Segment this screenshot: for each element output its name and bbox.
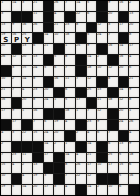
code-number: 20 (54, 131, 58, 134)
letter-cell-r17c0[interactable]: 19 (1, 185, 11, 195)
letter-cell-r9c7[interactable]: 17 (76, 98, 86, 108)
code-number: 10 (108, 185, 112, 188)
code-number: 17 (129, 44, 133, 47)
letter-cell-r16c3[interactable]: 19 (33, 174, 43, 184)
letter-cell-r5c3[interactable]: 13 (33, 55, 43, 65)
letter-cell-r8c4[interactable]: 20 (44, 88, 54, 98)
code-number: 7 (33, 120, 35, 123)
letter-cell-r8c0[interactable]: 21 (1, 88, 11, 98)
letter-cell-r13c0[interactable]: 2 (1, 142, 11, 152)
letter-cell-r12c2[interactable]: 22 (22, 131, 32, 141)
letter-cell-r6c8[interactable]: 18 (87, 66, 97, 76)
letter-cell-r14c6[interactable]: 14 (65, 153, 75, 163)
letter-cell-r15c3[interactable]: 13 (33, 163, 43, 173)
letter-cell-r0c10[interactable]: 9 (108, 1, 118, 11)
letter-cell-r15c10[interactable]: 17 (108, 163, 118, 173)
letter-cell-r9c9[interactable]: 11 (97, 98, 107, 108)
letter-cell-r10c11[interactable]: 20 (119, 109, 129, 119)
code-number: 1 (65, 44, 67, 47)
letter-cell-r2c6[interactable]: 23 (65, 23, 75, 33)
black-cell (44, 109, 54, 119)
letter-cell-r0c8[interactable]: 5 (87, 1, 97, 11)
letter-cell-r8c3[interactable]: 23 (33, 88, 43, 98)
letter-cell-r2c12[interactable]: 20 (129, 23, 139, 33)
black-cell (129, 185, 139, 195)
code-number: 3 (12, 66, 14, 69)
letter-cell-r5c1[interactable]: 12 (12, 55, 22, 65)
letter-cell-r6c5[interactable]: 6 (54, 66, 64, 76)
codeword-grid: 1143212671459162311422620131391626212381… (0, 0, 140, 196)
letter-cell-r16c7[interactable]: 22 (76, 174, 86, 184)
code-number: 10 (1, 77, 5, 80)
letter-cell-r17c5[interactable]: 8 (54, 185, 64, 195)
code-number: 3 (22, 1, 24, 4)
code-number: 11 (65, 77, 69, 80)
letter-cell-r5c5[interactable]: 5 (54, 55, 64, 65)
letter-cell-r15c7[interactable]: 26 (76, 163, 86, 173)
letter-cell-r5c12[interactable]: 4 (129, 55, 139, 65)
letter-cell-r7c6[interactable]: 11 (65, 77, 75, 87)
letter-cell-r17c8[interactable]: 14 (87, 185, 97, 195)
code-number: 5 (119, 174, 121, 177)
letter-cell-r7c3[interactable]: 8 (33, 77, 43, 87)
letter-cell-r12c9[interactable]: 6 (97, 131, 107, 141)
letter-cell-r13c10[interactable]: 6 (108, 142, 118, 152)
letter-cell-r13c5[interactable]: 2 (54, 142, 64, 152)
letter-cell-r3c9[interactable]: 24 (97, 33, 107, 43)
letter-cell-r14c10[interactable]: 25 (108, 153, 118, 163)
code-number: 7 (108, 33, 110, 36)
letter-cell-r10c3[interactable]: 16 (33, 109, 43, 119)
letter-cell-r4c8[interactable]: 9 (87, 44, 97, 54)
code-number: 3 (12, 131, 14, 134)
letter-cell-r9c2[interactable]: 20 (22, 98, 32, 108)
code-number: 1 (1, 1, 3, 4)
black-cell (22, 142, 32, 152)
letter-cell-r15c2[interactable]: 2 (22, 163, 32, 173)
letter-cell-r8c11[interactable]: 14 (119, 88, 129, 98)
letter-cell-r5c8[interactable]: 14 (87, 55, 97, 65)
letter-cell-r9c6[interactable]: 5 (65, 98, 75, 108)
code-number: 6 (54, 66, 56, 69)
code-number: 14 (22, 185, 26, 188)
code-number: 17 (108, 163, 112, 166)
letter-cell-r3c5[interactable]: 10 (54, 33, 64, 43)
code-number: 12 (87, 77, 91, 80)
code-number: 19 (33, 174, 37, 177)
letter-cell-r6c9[interactable]: 10 (97, 66, 107, 76)
letter-cell-r4c12[interactable]: 17 (129, 44, 139, 54)
letter-cell-r0c11[interactable]: 16 (119, 1, 129, 11)
code-number: 16 (22, 23, 26, 26)
letter-cell-r12c3[interactable]: 15 (33, 131, 43, 141)
letter-cell-r1c10[interactable]: 20 (108, 12, 118, 22)
letter-cell-r11c4[interactable]: 6 (44, 120, 54, 130)
letter-cell-r2c10[interactable]: 3 (108, 23, 118, 33)
letter-cell-r4c6[interactable]: 1 (65, 44, 75, 54)
code-number: 10 (1, 174, 5, 177)
black-cell (119, 12, 129, 22)
code-number: 16 (33, 109, 37, 112)
letter-cell-r11c8[interactable]: 23 (87, 120, 97, 130)
black-cell (22, 12, 32, 22)
letter-cell-r7c10[interactable]: 8 (108, 77, 118, 87)
letter-cell-r8c8[interactable]: 25 (87, 88, 97, 98)
letter-cell-r4c4[interactable]: 21 (44, 44, 54, 54)
letter-cell-r2c0[interactable]: 13 (1, 23, 11, 33)
letter-cell-r16c11[interactable]: 5 (119, 174, 129, 184)
letter-cell-r13c12[interactable]: 9 (129, 142, 139, 152)
letter-cell-r6c1[interactable]: 3 (12, 66, 22, 76)
letter-cell-r2c5[interactable]: 21 (54, 23, 64, 33)
black-cell (12, 142, 22, 152)
letter-cell-r6c11[interactable]: 20 (119, 66, 129, 76)
code-number: 7 (12, 88, 14, 91)
letter-cell-r8c1[interactable]: 7 (12, 88, 22, 98)
code-number: 17 (12, 120, 16, 123)
code-number: 14 (87, 185, 91, 188)
code-number: 13 (33, 163, 37, 166)
letter-cell-r0c2[interactable]: 3 (22, 1, 32, 11)
letter-cell-r16c0[interactable]: 10 (1, 174, 11, 184)
code-number: 14 (22, 77, 26, 80)
black-cell (119, 33, 129, 43)
letter-cell-r2c11[interactable]: 17 (119, 23, 129, 33)
letter-cell-r7c12[interactable]: 21 (129, 77, 139, 87)
letter-cell-r1c5[interactable]: 4 (54, 12, 64, 22)
letter-cell-r7c7[interactable]: 7 (76, 77, 86, 87)
letter-cell-r9c4[interactable]: 24 (44, 98, 54, 108)
letter-cell-r2c1[interactable]: 9 (12, 23, 22, 33)
code-number: 13 (119, 142, 123, 145)
black-cell (97, 44, 107, 54)
letter-cell-r17c1[interactable]: 5 (12, 185, 22, 195)
letter-cell-r6c4[interactable]: 5 (44, 66, 54, 76)
letter-cell-r6c2[interactable]: 15 (22, 66, 32, 76)
letter-cell-r6c6[interactable]: 7 (65, 66, 75, 76)
letter-cell-r5c9[interactable]: 2 (97, 55, 107, 65)
letter-cell-r8c2[interactable]: 4 (22, 88, 32, 98)
letter-cell-r15c1[interactable]: 4 (12, 163, 22, 173)
letter-cell-r0c12[interactable]: 2 (129, 1, 139, 11)
code-number: 12 (108, 66, 112, 69)
code-number: 17 (119, 23, 123, 26)
letter-cell-r3c1[interactable]: 16P (12, 33, 22, 43)
letter-cell-r17c6[interactable]: 4 (65, 185, 75, 195)
letter-cell-r13c8[interactable]: 14 (87, 142, 97, 152)
code-number: 8 (129, 33, 131, 36)
code-number: 15 (33, 131, 37, 134)
black-cell (33, 142, 43, 152)
letter-cell-r12c7[interactable]: 2 (76, 131, 86, 141)
letter-cell-r0c1[interactable]: 14 (12, 1, 22, 11)
letter-cell-r14c12[interactable]: 18 (129, 153, 139, 163)
letter-cell-r6c12[interactable]: 6 (129, 66, 139, 76)
letter-cell-r15c12[interactable]: 6 (129, 163, 139, 173)
letter-cell-r8c6[interactable]: 6 (65, 88, 75, 98)
letter-cell-r14c7[interactable]: 4 (76, 153, 86, 163)
letter-cell-r0c0[interactable]: 1 (1, 1, 11, 11)
code-number: 23 (33, 88, 37, 91)
letter-cell-r4c0[interactable]: 20 (1, 44, 11, 54)
code-number: 12 (12, 55, 16, 58)
letter-cell-r0c5[interactable]: 26 (54, 1, 64, 11)
black-cell (12, 98, 22, 108)
letter-cell-r9c5[interactable]: 1 (54, 98, 64, 108)
code-number: 19 (1, 185, 5, 188)
black-cell (54, 174, 64, 184)
letter-cell-r9c10[interactable]: 18 (108, 98, 118, 108)
letter-cell-r4c7[interactable]: 25 (76, 44, 86, 54)
code-number: 17 (76, 98, 80, 101)
letter-cell-r0c3[interactable]: 21 (33, 1, 43, 11)
letter-cell-r4c2[interactable]: 13 (22, 44, 32, 54)
letter-cell-r5c2[interactable]: 20 (22, 55, 32, 65)
code-number: 6 (129, 163, 131, 166)
code-number: 24 (33, 66, 37, 69)
letter-cell-r1c0[interactable]: 3 (1, 12, 11, 22)
letter-cell-r7c2[interactable]: 14 (22, 77, 32, 87)
code-number: 8 (33, 77, 35, 80)
code-number: 16 (108, 44, 112, 47)
letter-cell-r17c10[interactable]: 10 (108, 185, 118, 195)
code-number: 4 (54, 12, 56, 15)
code-number: 4 (129, 55, 131, 58)
black-cell (44, 23, 54, 33)
letter-cell-r15c9[interactable]: 10 (97, 163, 107, 173)
letter-cell-r1c8[interactable]: 6 (87, 12, 97, 22)
letter-cell-r17c9[interactable]: 2 (97, 185, 107, 195)
letter-cell-r8c9[interactable]: 13 (97, 88, 107, 98)
code-number: 20 (22, 98, 26, 101)
code-number: 18 (65, 109, 69, 112)
letter-cell-r14c0[interactable]: 7 (1, 153, 11, 163)
letter-cell-r10c2[interactable]: 1 (22, 109, 32, 119)
letter-cell-r1c3[interactable]: 11 (33, 12, 43, 22)
letter-cell-r6c3[interactable]: 24 (33, 66, 43, 76)
letter-cell-r16c4[interactable]: 3 (44, 174, 54, 184)
letter-cell-r2c7[interactable]: 8 (76, 23, 86, 33)
code-number: 8 (65, 163, 67, 166)
letter-cell-r3c12[interactable]: 8 (129, 33, 139, 43)
code-number: 5 (87, 1, 89, 4)
letter-cell-r10c6[interactable]: 18 (65, 109, 75, 119)
code-number: 12 (97, 109, 101, 112)
letter-cell-r11c9[interactable]: 9 (97, 120, 107, 130)
letter-cell-r13c11[interactable]: 13 (119, 142, 129, 152)
letter-cell-r4c10[interactable]: 16 (108, 44, 118, 54)
code-number: 6 (108, 142, 110, 145)
letter-cell-r13c4[interactable]: 14 (44, 142, 54, 152)
letter-cell-r0c6[interactable]: 7 (65, 1, 75, 11)
letter-cell-r5c6[interactable]: 8 (65, 55, 75, 65)
letter-cell-r10c1[interactable]: 9 (12, 109, 22, 119)
letter-cell-r15c6[interactable]: 8 (65, 163, 75, 173)
letter-cell-r15c8[interactable]: 17 (87, 163, 97, 173)
letter-cell-r3c2[interactable]: 25Y (22, 33, 32, 43)
letter-cell-r17c3[interactable]: 20 (33, 185, 43, 195)
black-cell (108, 109, 118, 119)
letter-cell-r3c0[interactable]: 19S (1, 33, 11, 43)
letter-cell-r7c8[interactable]: 12 (87, 77, 97, 87)
letter-cell-r11c6[interactable]: 4 (65, 120, 75, 130)
code-number: 14 (119, 44, 123, 47)
letter-cell-r11c5[interactable]: 19 (54, 120, 64, 130)
code-number: 4 (12, 163, 14, 166)
letter-cell-r11c1[interactable]: 17 (12, 120, 22, 130)
letter-cell-r17c4[interactable]: 17 (44, 185, 54, 195)
letter-cell-r13c6[interactable]: 1 (65, 142, 75, 152)
letter-cell-r11c3[interactable]: 7 (33, 120, 43, 130)
letter-cell-r3c4[interactable]: 14 (44, 33, 54, 43)
black-cell (1, 120, 11, 130)
letter-cell-r4c3[interactable]: 6 (33, 44, 43, 54)
letter-cell-r12c10[interactable]: 7 (108, 131, 118, 141)
letter-cell-r16c12[interactable]: 16 (129, 174, 139, 184)
letter-cell-r1c12[interactable]: 13 (129, 12, 139, 22)
code-number: 6 (33, 44, 35, 47)
letter-cell-r12c4[interactable]: 24 (44, 131, 54, 141)
letter-cell-r17c11[interactable]: 6 (119, 185, 129, 195)
letter-cell-r5c0[interactable]: 26 (1, 55, 11, 65)
letter-cell-r6c10[interactable]: 12 (108, 66, 118, 76)
code-number: 10 (97, 66, 101, 69)
letter-cell-r2c9[interactable]: 12 (97, 23, 107, 33)
letter-cell-r12c1[interactable]: 3 (12, 131, 22, 141)
black-cell (12, 174, 22, 184)
letter-cell-r16c8[interactable]: 12 (87, 174, 97, 184)
code-number: 9 (12, 23, 14, 26)
letter-cell-r12c12[interactable]: 4 (129, 131, 139, 141)
black-cell (76, 66, 86, 76)
black-cell (97, 142, 107, 152)
letter-cell-r15c0[interactable]: 15 (1, 163, 11, 173)
code-number: 8 (33, 98, 35, 101)
code-number: 9 (108, 1, 110, 4)
letter-cell-r10c12[interactable]: 1 (129, 109, 139, 119)
black-cell (65, 131, 75, 141)
black-cell (108, 88, 118, 98)
letter-cell-r7c5[interactable]: 16 (54, 77, 64, 87)
black-cell (119, 77, 129, 87)
letter-cell-r14c8[interactable]: 21 (87, 153, 97, 163)
code-number: 26 (76, 163, 80, 166)
code-number: 8 (54, 185, 56, 188)
code-number: 14 (12, 1, 16, 4)
black-cell (76, 55, 86, 65)
letter-cell-r9c12[interactable]: 8 (129, 98, 139, 108)
code-number: 8 (108, 77, 110, 80)
code-number: 26 (33, 23, 37, 26)
code-number: 7 (65, 174, 67, 177)
letter-cell-r9c3[interactable]: 8 (33, 98, 43, 108)
code-number: 5 (12, 185, 14, 188)
letter-cell-r3c10[interactable]: 7 (108, 33, 118, 43)
black-cell (44, 55, 54, 65)
code-number: 4 (87, 131, 89, 134)
letter-cell-r11c11[interactable]: 24 (119, 120, 129, 130)
code-number: 21 (1, 88, 5, 91)
code-number: 10 (54, 33, 58, 36)
letter-cell-r12c8[interactable]: 4 (87, 131, 97, 141)
letter-cell-r2c2[interactable]: 16 (22, 23, 32, 33)
code-number: 13 (1, 23, 5, 26)
code-number: 16 (129, 174, 133, 177)
letter-cell-r11c12[interactable]: 26 (129, 120, 139, 130)
letter-cell-r2c3[interactable]: 26 (33, 23, 43, 33)
code-number: 4 (1, 131, 3, 134)
letter-cell-r7c0[interactable]: 10 (1, 77, 11, 87)
code-number: 4 (22, 88, 24, 91)
code-number: 24 (97, 33, 101, 36)
code-number: 20 (119, 66, 123, 69)
code-number: 22 (76, 174, 80, 177)
letter-cell-r8c12[interactable]: 9 (129, 88, 139, 98)
letter-cell-r12c0[interactable]: 4 (1, 131, 11, 141)
code-number: 20 (22, 55, 26, 58)
code-number: 16 (1, 98, 5, 101)
code-number: 6 (87, 12, 89, 15)
letter-cell-r14c1[interactable]: 23 (12, 153, 22, 163)
letter-cell-r14c2[interactable]: 11 (22, 153, 32, 163)
letter-cell-r3c6[interactable]: 18 (65, 33, 75, 43)
black-cell (76, 120, 86, 130)
letter-cell-r3c8[interactable]: 5 (87, 33, 97, 43)
code-number: 7 (108, 131, 110, 134)
letter-cell-r16c2[interactable]: 4 (22, 174, 32, 184)
code-number: 7 (65, 1, 67, 4)
letter-cell-r16c6[interactable]: 7 (65, 174, 75, 184)
black-cell (97, 1, 107, 11)
black-cell (108, 120, 118, 130)
letter-cell-r10c8[interactable]: 7 (87, 109, 97, 119)
letter-cell-r5c11[interactable]: 16 (119, 55, 129, 65)
black-cell (87, 23, 97, 33)
code-number: 1 (129, 109, 131, 112)
letter-cell-r1c7[interactable]: 22 (76, 12, 86, 22)
black-cell (65, 12, 75, 22)
code-number: 2 (76, 131, 78, 134)
code-number: 11 (97, 98, 101, 101)
letter-cell-r0c7[interactable]: 14 (76, 1, 86, 11)
letter-cell-r7c1[interactable]: 2 (12, 77, 22, 87)
code-number: 25 (108, 153, 112, 156)
letter-cell-r10c9[interactable]: 12 (97, 109, 107, 119)
black-cell (22, 120, 32, 130)
code-number: 26 (1, 55, 5, 58)
letter-cell-r4c11[interactable]: 14 (119, 44, 129, 54)
code-number: 9 (129, 88, 131, 91)
code-number: 6 (119, 185, 121, 188)
letter-cell-r12c5[interactable]: 20 (54, 131, 64, 141)
letter-cell-r9c11[interactable]: 12 (119, 98, 129, 108)
letter-cell-r14c11[interactable]: 5 (119, 153, 129, 163)
letter-cell-r10c0[interactable]: 17 (1, 109, 11, 119)
code-number: 2 (1, 142, 3, 145)
code-number: 16 (119, 1, 123, 4)
code-number: 19 (54, 120, 58, 123)
code-number: 2 (22, 163, 24, 166)
letter-cell-r15c11[interactable]: 15 (119, 163, 129, 173)
letter-cell-r9c0[interactable]: 16 (1, 98, 11, 108)
code-number: 18 (129, 153, 133, 156)
letter-cell-r17c2[interactable]: 14 (22, 185, 32, 195)
letter-cell-r14c4[interactable]: 17 (44, 153, 54, 163)
code-number: 21 (44, 44, 48, 47)
given-letter: S (1, 36, 11, 43)
black-cell (87, 98, 97, 108)
letter-cell-r10c7[interactable]: 1 (76, 109, 86, 119)
